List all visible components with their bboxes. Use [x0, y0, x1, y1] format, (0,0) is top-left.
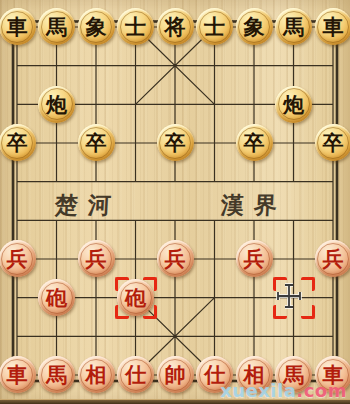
- black-piece-soldier[interactable]: 卒: [0, 124, 36, 161]
- board-cell[interactable]: [0, 317, 37, 356]
- board-cell[interactable]: [155, 46, 195, 85]
- black-piece-cannon[interactable]: 炮: [275, 86, 312, 123]
- board-cell[interactable]: [37, 240, 77, 279]
- board-cell[interactable]: [195, 46, 235, 85]
- board-cell[interactable]: [195, 85, 235, 124]
- board-cell[interactable]: 相: [76, 356, 116, 395]
- red-piece-elephant[interactable]: 相: [78, 356, 115, 393]
- board-cell[interactable]: [0, 278, 37, 317]
- board-cell[interactable]: 象: [76, 8, 116, 47]
- watermark-suffix: .com: [296, 380, 347, 401]
- board-cell[interactable]: [76, 317, 116, 356]
- board-cell[interactable]: [274, 278, 314, 317]
- board-cell[interactable]: [195, 124, 235, 163]
- selection-brackets-origin: [273, 277, 315, 319]
- black-piece-advisor[interactable]: 士: [196, 8, 233, 45]
- board-cell[interactable]: [234, 85, 274, 124]
- board-cell[interactable]: [76, 85, 116, 124]
- board-cell[interactable]: [116, 162, 156, 201]
- board-cell[interactable]: [234, 46, 274, 85]
- board-cell[interactable]: [274, 240, 314, 279]
- board-cell[interactable]: [195, 240, 235, 279]
- board-cell[interactable]: 馬: [274, 8, 314, 47]
- board-cell[interactable]: [274, 124, 314, 163]
- board-cell[interactable]: [116, 85, 156, 124]
- board-cell[interactable]: [313, 317, 350, 356]
- board-cell[interactable]: 馬: [37, 356, 77, 395]
- board-cell[interactable]: [313, 201, 350, 240]
- bracket-corner-tl: [273, 277, 287, 291]
- black-piece-advisor[interactable]: 士: [117, 8, 154, 45]
- board-cell[interactable]: 炮: [274, 85, 314, 124]
- red-piece-cannon[interactable]: 砲: [117, 279, 154, 316]
- river-label-chu: 楚河: [54, 190, 122, 221]
- black-piece-chariot[interactable]: 車: [0, 8, 36, 45]
- board-cell[interactable]: [116, 124, 156, 163]
- board-grid: 車馬象士将士象馬車炮炮卒卒卒卒卒兵兵兵兵兵砲砲車馬相仕帥仕相馬車: [0, 8, 350, 395]
- board-cell[interactable]: 兵: [234, 240, 274, 279]
- board-cell[interactable]: 仕: [116, 356, 156, 395]
- board-cell[interactable]: [155, 201, 195, 240]
- board-cell[interactable]: 炮: [37, 85, 77, 124]
- board-cell[interactable]: [155, 278, 195, 317]
- black-piece-cannon[interactable]: 炮: [38, 86, 75, 123]
- board-cell[interactable]: [313, 278, 350, 317]
- board-cell[interactable]: 士: [116, 8, 156, 47]
- black-piece-horse[interactable]: 馬: [38, 8, 75, 45]
- red-piece-soldier[interactable]: 兵: [78, 240, 115, 277]
- board-cell[interactable]: 卒: [76, 124, 116, 163]
- xiangqi-board[interactable]: 車馬象士将士象馬車炮炮卒卒卒卒卒兵兵兵兵兵砲砲車馬相仕帥仕相馬車 楚河 漢界 x…: [0, 0, 350, 404]
- black-piece-elephant[interactable]: 象: [236, 8, 273, 45]
- board-cell[interactable]: [37, 46, 77, 85]
- board-cell[interactable]: 卒: [313, 124, 350, 163]
- red-piece-advisor[interactable]: 仕: [117, 356, 154, 393]
- red-piece-soldier[interactable]: 兵: [236, 240, 273, 277]
- board-cell[interactable]: 砲: [116, 278, 156, 317]
- board-cell[interactable]: [76, 46, 116, 85]
- board-cell[interactable]: [313, 162, 350, 201]
- xiangqi-screenshot: 車馬象士将士象馬車炮炮卒卒卒卒卒兵兵兵兵兵砲砲車馬相仕帥仕相馬車 楚河 漢界 x…: [0, 0, 350, 404]
- board-cell[interactable]: [0, 85, 37, 124]
- board-cell[interactable]: [155, 85, 195, 124]
- black-piece-horse[interactable]: 馬: [275, 8, 312, 45]
- red-piece-general[interactable]: 帥: [157, 356, 194, 393]
- board-cell[interactable]: 兵: [76, 240, 116, 279]
- red-piece-soldier[interactable]: 兵: [0, 240, 36, 277]
- red-piece-chariot[interactable]: 車: [0, 356, 36, 393]
- board-cell[interactable]: [116, 317, 156, 356]
- black-piece-soldier[interactable]: 卒: [315, 124, 350, 161]
- black-piece-general[interactable]: 将: [157, 8, 194, 45]
- watermark-main: xuexila: [220, 380, 296, 401]
- board-cell[interactable]: [0, 162, 37, 201]
- black-piece-soldier[interactable]: 卒: [157, 124, 194, 161]
- board-cell[interactable]: 兵: [313, 240, 350, 279]
- board-cell[interactable]: [313, 85, 350, 124]
- red-piece-soldier[interactable]: 兵: [157, 240, 194, 277]
- board-cell[interactable]: 卒: [0, 124, 37, 163]
- black-piece-soldier[interactable]: 卒: [236, 124, 273, 161]
- board-cell[interactable]: 車: [313, 8, 350, 47]
- board-cell[interactable]: 卒: [234, 124, 274, 163]
- red-piece-cannon[interactable]: 砲: [38, 279, 75, 316]
- board-cell[interactable]: [195, 317, 235, 356]
- black-piece-soldier[interactable]: 卒: [78, 124, 115, 161]
- board-cell[interactable]: 将: [155, 8, 195, 47]
- board-cell[interactable]: [234, 278, 274, 317]
- red-piece-horse[interactable]: 馬: [38, 356, 75, 393]
- board-cell[interactable]: [155, 317, 195, 356]
- board-cell[interactable]: 士: [195, 8, 235, 47]
- board-cell[interactable]: [76, 278, 116, 317]
- board-cell[interactable]: [116, 46, 156, 85]
- board-cell[interactable]: [116, 201, 156, 240]
- board-cell[interactable]: [0, 201, 37, 240]
- board-cell[interactable]: [37, 124, 77, 163]
- board-cell[interactable]: [0, 46, 37, 85]
- black-piece-chariot[interactable]: 車: [315, 8, 350, 45]
- board-cell[interactable]: 馬: [37, 8, 77, 47]
- board-cell[interactable]: [116, 240, 156, 279]
- board-cell[interactable]: [313, 46, 350, 85]
- board-cell[interactable]: [195, 278, 235, 317]
- board-cell[interactable]: 砲: [37, 278, 77, 317]
- board-cell[interactable]: [274, 317, 314, 356]
- board-cell[interactable]: [234, 317, 274, 356]
- board-cell[interactable]: 卒: [155, 124, 195, 163]
- board-cell[interactable]: 車: [0, 356, 37, 395]
- red-piece-soldier[interactable]: 兵: [315, 240, 350, 277]
- board-cell[interactable]: [274, 46, 314, 85]
- board-cell[interactable]: 兵: [0, 240, 37, 279]
- black-piece-elephant[interactable]: 象: [78, 8, 115, 45]
- board-cell[interactable]: [155, 162, 195, 201]
- watermark: xuexila.com: [220, 380, 347, 401]
- river-label-han: 漢界: [220, 190, 288, 221]
- board-cell[interactable]: [37, 317, 77, 356]
- board-cell[interactable]: 車: [0, 8, 37, 47]
- board-cell[interactable]: 帥: [155, 356, 195, 395]
- board-cell[interactable]: 象: [234, 8, 274, 47]
- board-cell[interactable]: 兵: [155, 240, 195, 279]
